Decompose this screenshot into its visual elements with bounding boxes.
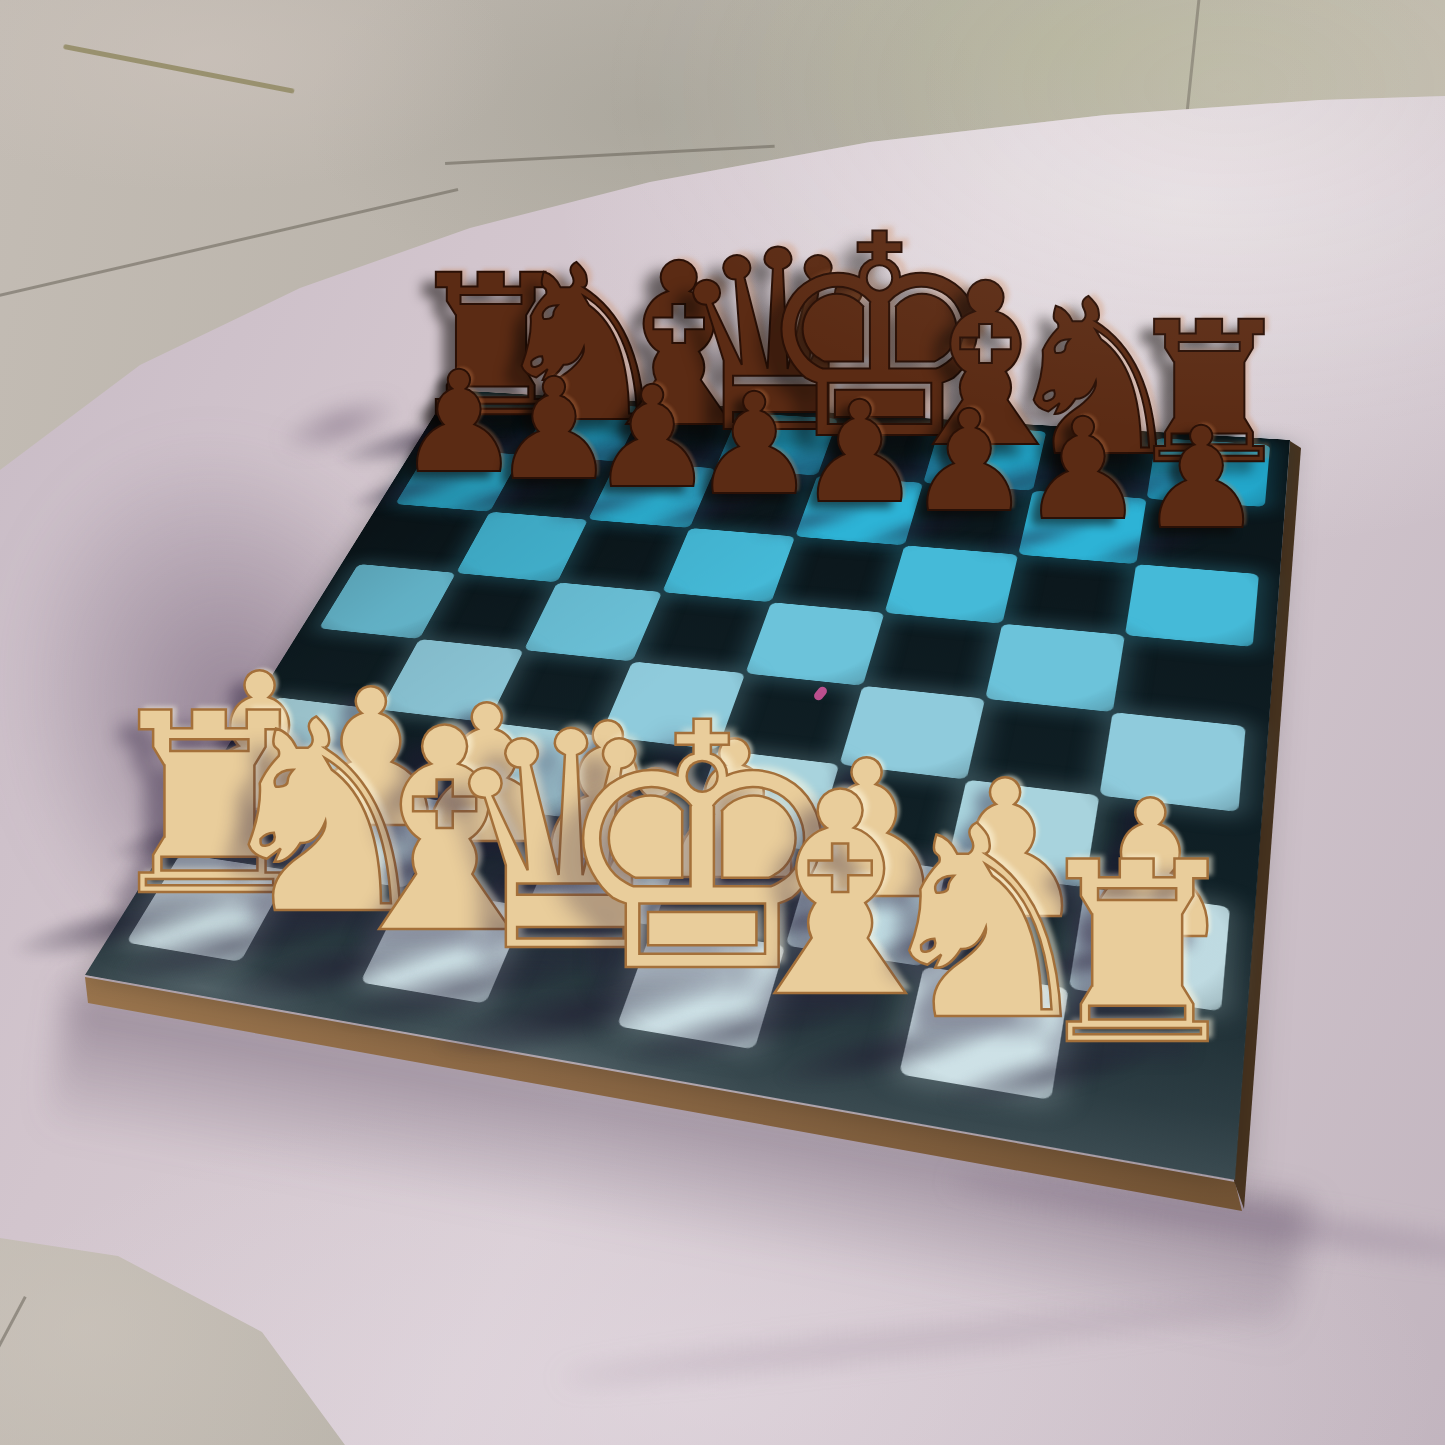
black-pawn-e7[interactable]: ♟ <box>797 383 923 523</box>
white-rook-h1[interactable]: ♜ <box>1025 830 1249 1080</box>
black-pawn-f7[interactable]: ♟ <box>907 392 1033 532</box>
black-pawn-g7[interactable]: ♟ <box>1020 400 1146 540</box>
pieces-layer: ♜♞♝♛♚♝♞♜♟♟♟♟♟♟♟♟♟♟♟♟♟♟♟♟♜♞♝♛♚♝♞♜ <box>0 0 1445 1445</box>
black-pawn-h7[interactable]: ♟ <box>1138 409 1264 549</box>
outdoor-chess-photo: ♜♞♝♛♚♝♞♜♟♟♟♟♟♟♟♟♟♟♟♟♟♟♟♟♜♞♝♛♚♝♞♜ <box>0 0 1445 1445</box>
